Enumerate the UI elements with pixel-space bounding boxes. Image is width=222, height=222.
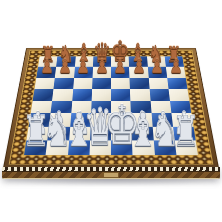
piece-black-pawn-d7[interactable]: ♟ <box>95 57 108 77</box>
piece-black-pawn-a7[interactable]: ♟ <box>40 57 53 77</box>
board-front-edge <box>2 167 220 179</box>
piece-white-rook-h1[interactable]: ♜ <box>172 111 200 153</box>
piece-black-pawn-b7[interactable]: ♟ <box>58 57 71 77</box>
square-g6[interactable] <box>148 78 168 89</box>
piece-black-pawn-g7[interactable]: ♟ <box>151 57 164 77</box>
square-h6[interactable] <box>167 78 187 89</box>
square-f6[interactable] <box>130 78 150 89</box>
square-g5[interactable] <box>149 89 170 101</box>
square-h5[interactable] <box>168 89 189 101</box>
square-c6[interactable] <box>73 78 93 89</box>
square-b6[interactable] <box>54 78 74 89</box>
square-d6[interactable] <box>92 78 111 89</box>
piece-black-pawn-c7[interactable]: ♟ <box>77 57 90 77</box>
pieces-layer: ♜♞♝♛♚♝♞♜♟♟♟♟♟♟♟♟♟♟♟♟♟♟♟♟♜♞♝♛♚♝♞♜ <box>0 0 222 222</box>
square-e6[interactable] <box>111 78 130 89</box>
piece-black-pawn-f7[interactable]: ♟ <box>132 57 145 77</box>
square-a6[interactable] <box>35 78 55 89</box>
square-b5[interactable] <box>52 89 73 101</box>
square-a5[interactable] <box>33 89 54 101</box>
chess-set-photo: ♜♞♝♛♚♝♞♜♟♟♟♟♟♟♟♟♟♟♟♟♟♟♟♟♜♞♝♛♚♝♞♜ <box>0 0 222 222</box>
piece-black-pawn-h7[interactable]: ♟ <box>169 57 182 77</box>
clasp <box>103 172 119 178</box>
piece-black-pawn-e7[interactable]: ♟ <box>114 57 127 77</box>
front-wood-face <box>2 171 220 179</box>
